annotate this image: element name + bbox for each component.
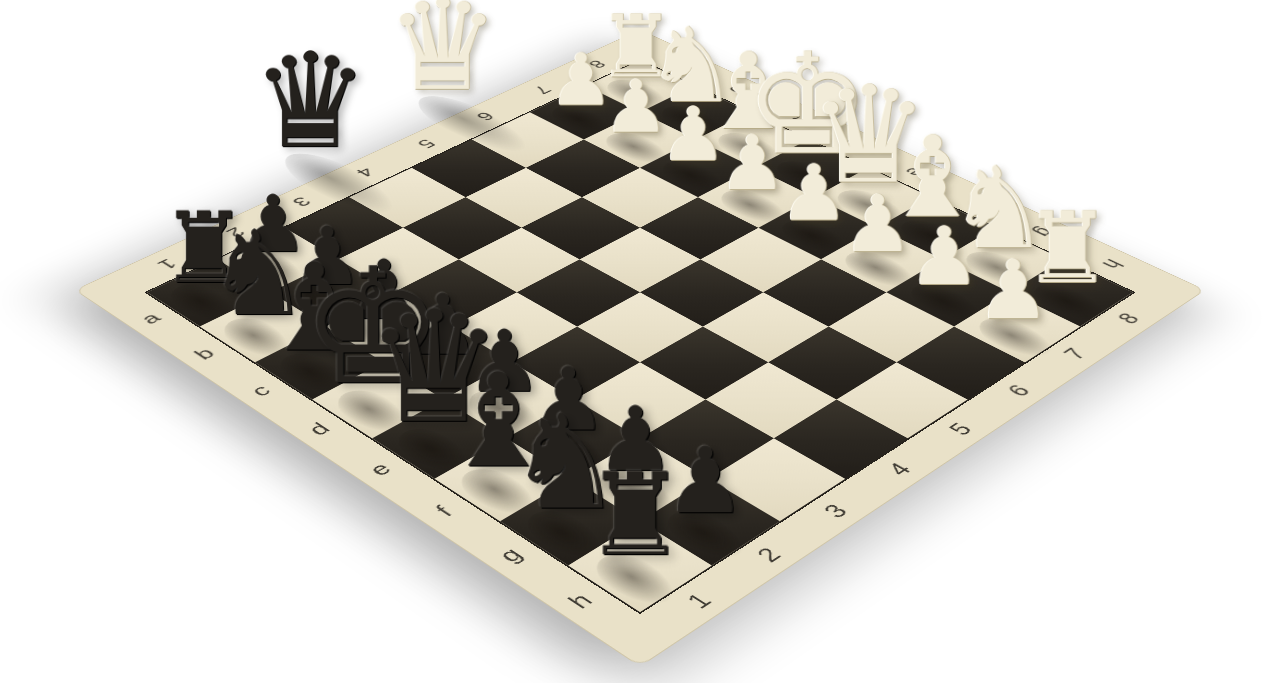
square-b7: ♟	[584, 112, 696, 168]
rank-label-far-2: 2	[750, 543, 788, 566]
white-pawn-b7: ♟	[603, 72, 668, 141]
file-label-far-e: e	[900, 164, 931, 179]
white-piece-shadow	[826, 184, 917, 230]
square-e6	[700, 228, 821, 293]
file-label-far-c: c	[781, 109, 809, 123]
white-piece-shadow	[771, 214, 863, 262]
rank-label-5: 5	[412, 136, 441, 151]
file-label-c: c	[246, 381, 277, 400]
white-pawn-g7: ♟	[908, 219, 980, 295]
white-piece-shadow	[597, 75, 680, 115]
file-label-far-f: f	[965, 195, 992, 208]
white-piece-shadow	[707, 127, 793, 170]
white-piece-shadow	[651, 100, 736, 141]
product-photo-scene: ♜♞♝♚♛♝♞♜♟♟♟♟♟♟♟♟♟♟♟♟♟♟♟♟♜♞♝♚♛♝♞♜ abcdefg…	[0, 0, 1280, 683]
white-rook-a8: ♜	[597, 6, 674, 88]
spare-black-queen: ♛	[251, 39, 369, 164]
table-shadow	[402, 89, 545, 161]
file-label-b: b	[189, 344, 221, 363]
square-c5	[522, 197, 640, 259]
square-f6	[763, 259, 886, 326]
white-king-d8: ♚	[744, 38, 869, 170]
black-rook-h1: ♜	[583, 461, 685, 569]
rank-label-far-5: 5	[942, 419, 978, 440]
white-pawn-e7: ♟	[779, 157, 848, 230]
rank-label-7: 7	[528, 83, 556, 97]
white-queen-e8: ♛	[808, 72, 928, 200]
square-d7: ♟	[698, 168, 814, 228]
file-label-d: d	[303, 419, 336, 440]
vinyl-board-mat: ♜♞♝♚♛♝♞♜♟♟♟♟♟♟♟♟♟♟♟♟♟♟♟♟♜♞♝♚♛♝♞♜ abcdefg…	[74, 29, 1205, 666]
white-piece-shadow	[710, 184, 800, 230]
square-b6	[526, 140, 640, 198]
file-label-far-b: b	[724, 83, 753, 97]
file-label-g: g	[493, 543, 530, 566]
rank-label-4: 4	[350, 164, 379, 179]
rank-label-far-1: 1	[680, 589, 718, 614]
white-pawn-c7: ♟	[659, 100, 726, 171]
file-label-h: h	[562, 589, 600, 614]
square-d5	[580, 228, 701, 293]
white-piece-shadow	[595, 127, 681, 170]
chess-board: ♜♞♝♚♛♝♞♜♟♟♟♟♟♟♟♟♟♟♟♟♟♟♟♟♜♞♝♚♛♝♞♜	[144, 59, 1135, 614]
square-c6	[582, 168, 698, 228]
square-b5	[466, 168, 582, 228]
square-h5	[837, 362, 968, 438]
white-pawn-d7: ♟	[718, 128, 786, 200]
white-piece-shadow	[651, 155, 739, 199]
white-piece-shadow	[541, 100, 625, 141]
white-pawn-a7: ♟	[548, 46, 612, 114]
square-e7: ♟	[758, 197, 876, 259]
file-label-f: f	[430, 502, 459, 521]
rank-label-far-3: 3	[817, 500, 854, 522]
file-label-far-a: a	[669, 57, 697, 70]
file-label-e: e	[364, 458, 398, 479]
rank-label-8: 8	[583, 57, 611, 70]
rank-label-far-6: 6	[1001, 381, 1037, 401]
square-d8: ♚	[754, 140, 868, 198]
white-piece-shadow	[766, 155, 855, 199]
white-pawn-f7: ♟	[842, 187, 913, 262]
white-pawn-h7: ♟	[976, 252, 1049, 330]
rank-label-far-8: 8	[1111, 309, 1146, 327]
square-c8: ♝	[696, 112, 808, 168]
rank-label-far-7: 7	[1057, 344, 1092, 363]
square-b8: ♞	[640, 86, 750, 140]
spare-white-queen: ♛	[386, 0, 499, 106]
perspective-wrapper: ♜♞♝♚♛♝♞♜♟♟♟♟♟♟♟♟♟♟♟♟♟♟♟♟♜♞♝♚♛♝♞♜ abcdefg…	[0, 0, 1280, 683]
file-label-a: a	[136, 309, 167, 327]
rank-label-far-4: 4	[881, 458, 918, 479]
rank-label-6: 6	[471, 109, 499, 123]
square-d6	[640, 197, 758, 259]
square-c7: ♟	[640, 140, 754, 198]
file-label-far-d: d	[839, 136, 869, 151]
